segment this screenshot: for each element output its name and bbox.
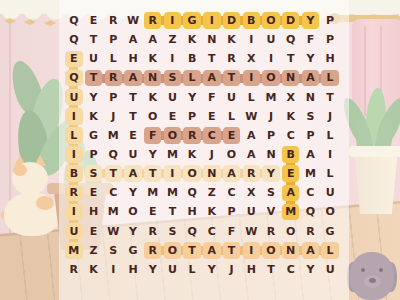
grid-cell-r8c1[interactable]: I (64, 145, 84, 164)
grid-letter: L (243, 89, 261, 106)
grid-cell-r11c5[interactable]: E (143, 202, 163, 221)
grid-cell-r4c6[interactable]: S (163, 68, 183, 87)
grid-letter: X (282, 89, 300, 106)
grid-letter: A (223, 165, 241, 182)
grid-cell-r4c3[interactable]: R (103, 68, 123, 87)
grid-cell-r2c6[interactable]: Z (163, 30, 183, 49)
grid-letter: U (65, 89, 83, 106)
grid-letter: L (321, 242, 339, 259)
grid-cell-r12c12[interactable]: O (281, 222, 301, 241)
grid-cell-r12c10[interactable]: W (241, 222, 261, 241)
grid-cell-r4c9[interactable]: T (222, 68, 242, 87)
grid-cell-r9c14[interactable]: L (320, 164, 340, 183)
grid-cell-r2c1[interactable]: Q (64, 30, 84, 49)
grid-cell-r2c5[interactable]: A (143, 30, 163, 49)
grid-cell-r3c9[interactable]: R (222, 49, 242, 68)
grid-cell-r8c4[interactable]: U (123, 145, 143, 164)
grid-letter: Y (203, 261, 221, 278)
grid-cell-r13c5[interactable]: R (143, 241, 163, 260)
grid-letter: S (302, 108, 320, 125)
grid-cell-r4c12[interactable]: N (281, 68, 301, 87)
grid-cell-r2c3[interactable]: P (103, 30, 123, 49)
grid-cell-r7c9[interactable]: E (222, 126, 242, 145)
grid-cell-r3c11[interactable]: I (261, 49, 281, 68)
grid-cell-r10c1[interactable]: R (64, 183, 84, 202)
grid-letter: A (302, 70, 320, 87)
grid-cell-r3c13[interactable]: Y (301, 49, 321, 68)
grid-letter: T (183, 242, 201, 259)
grid-cell-r6c11[interactable]: J (261, 107, 281, 126)
grid-cell-r10c13[interactable]: C (301, 183, 321, 202)
grid-cell-r2c8[interactable]: N (202, 30, 222, 49)
grid-cell-r3c10[interactable]: X (241, 49, 261, 68)
grid-cell-r11c10[interactable]: U (241, 202, 261, 221)
grid-cell-r7c12[interactable]: C (281, 126, 301, 145)
grid-cell-r13c1[interactable]: M (64, 241, 84, 260)
grid-cell-r5c12[interactable]: X (281, 88, 301, 107)
grid-cell-r7c4[interactable]: E (123, 126, 143, 145)
grid-cell-r14c12[interactable]: C (281, 260, 301, 279)
grid-letter: P (223, 204, 241, 221)
grid-cell-r11c11[interactable]: V (261, 202, 281, 221)
grid-cell-r1c6[interactable]: I (163, 11, 183, 30)
grid-cell-r12c9[interactable]: F (222, 222, 242, 241)
grid-cell-r4c5[interactable]: N (143, 68, 163, 87)
grid-cell-r5c5[interactable]: K (143, 88, 163, 107)
grid-letter: E (65, 51, 83, 68)
grid-cell-r13c14[interactable]: L (320, 241, 340, 260)
grid-letter: Y (124, 185, 142, 202)
grid-cell-r3c7[interactable]: B (182, 49, 202, 68)
grid-cell-r13c6[interactable]: O (163, 241, 183, 260)
grid-cell-r7c11[interactable]: P (261, 126, 281, 145)
grid-letter: Y (302, 12, 320, 29)
grid-letter: M (302, 165, 320, 182)
grid-cell-r14c2[interactable]: K (84, 260, 104, 279)
grid-cell-r11c4[interactable]: O (123, 202, 143, 221)
grid-cell-r1c2[interactable]: E (84, 11, 104, 30)
grid-letter: A (282, 185, 300, 202)
grid-letter: U (85, 51, 103, 68)
grid-cell-r9c1[interactable]: B (64, 164, 84, 183)
grid-cell-r10c6[interactable]: M (163, 183, 183, 202)
grid-letter: B (243, 12, 261, 29)
grid-letter: E (85, 223, 103, 240)
grid-letter: T (124, 89, 142, 106)
grid-letter: L (321, 127, 339, 144)
grid-letter: A (124, 70, 142, 87)
grid-cell-r11c9[interactable]: P (222, 202, 242, 221)
grid-cell-r13c13[interactable]: A (301, 241, 321, 260)
grid-letter: T (203, 51, 221, 68)
grid-cell-r4c1[interactable]: Q (64, 68, 84, 87)
grid-letter: M (65, 242, 83, 259)
grid-cell-r8c13[interactable]: A (301, 145, 321, 164)
grid-cell-r3c14[interactable]: H (320, 49, 340, 68)
grid-cell-r8c6[interactable]: M (163, 145, 183, 164)
grid-cell-r4c10[interactable]: I (241, 68, 261, 87)
grid-cell-r13c2[interactable]: Z (84, 241, 104, 260)
grid-letter: N (203, 31, 221, 48)
grid-cell-r5c2[interactable]: Y (84, 88, 104, 107)
grid-cell-r12c8[interactable]: C (202, 222, 222, 241)
grid-cell-r11c1[interactable]: I (64, 202, 84, 221)
grid-cell-r5c14[interactable]: T (320, 88, 340, 107)
grid-letter: K (183, 146, 201, 163)
grid-cell-r2c7[interactable]: K (182, 30, 202, 49)
grid-cell-r10c14[interactable]: U (320, 183, 340, 202)
grid-letter: C (282, 261, 300, 278)
grid-cell-r12c4[interactable]: Y (123, 222, 143, 241)
grid-cell-r1c5[interactable]: R (143, 11, 163, 30)
grid-cell-r12c2[interactable]: E (84, 222, 104, 241)
grid-cell-r8c2[interactable]: P (84, 145, 104, 164)
grid-cell-r7c2[interactable]: G (84, 126, 104, 145)
grid-cell-r14c3[interactable]: I (103, 260, 123, 279)
grid-cell-r6c7[interactable]: P (182, 107, 202, 126)
grid-cell-r6c4[interactable]: T (123, 107, 143, 126)
grid-cell-r7c6[interactable]: O (163, 126, 183, 145)
grid-cell-r8c3[interactable]: Q (103, 145, 123, 164)
grid-cell-r10c9[interactable]: C (222, 183, 242, 202)
grid-cell-r3c1[interactable]: E (64, 49, 84, 68)
grid-cell-r6c9[interactable]: L (222, 107, 242, 126)
grid-cell-r7c7[interactable]: R (182, 126, 202, 145)
grid-cell-r2c12[interactable]: Q (281, 30, 301, 49)
grid-cell-r14c10[interactable]: H (241, 260, 261, 279)
grid-cell-r14c14[interactable]: U (320, 260, 340, 279)
grid-cell-r5c13[interactable]: N (301, 88, 321, 107)
grid-cell-r2c9[interactable]: K (222, 30, 242, 49)
grid-cell-r9c9[interactable]: A (222, 164, 242, 183)
grid-letter: I (243, 31, 261, 48)
grid-cell-r9c10[interactable]: R (241, 164, 261, 183)
grid-cell-r7c5[interactable]: F (143, 126, 163, 145)
grid-letter: P (183, 108, 201, 125)
grid-cell-r6c12[interactable]: K (281, 107, 301, 126)
grid-cell-r1c7[interactable]: G (182, 11, 202, 30)
grid-cell-r2c11[interactable]: U (261, 30, 281, 49)
grid-letter: S (105, 242, 123, 259)
grid-cell-r3c3[interactable]: L (103, 49, 123, 68)
grid-letter: C (282, 127, 300, 144)
grid-cell-r4c8[interactable]: A (202, 68, 222, 87)
grid-cell-r13c4[interactable]: G (123, 241, 143, 260)
grid-letter: A (203, 242, 221, 259)
grid-letter: W (124, 12, 142, 29)
grid-cell-r12c11[interactable]: R (261, 222, 281, 241)
grid-cell-r12c14[interactable]: G (320, 222, 340, 241)
grid-cell-r12c13[interactable]: R (301, 222, 321, 241)
grid-cell-r5c3[interactable]: P (103, 88, 123, 107)
grid-letter: T (282, 51, 300, 68)
grid-letter: J (223, 261, 241, 278)
grid-cell-r2c2[interactable]: T (84, 30, 104, 49)
grid-letter: Q (65, 70, 83, 87)
grid-letter: T (164, 204, 182, 221)
grid-cell-r6c2[interactable]: K (84, 107, 104, 126)
grid-cell-r1c9[interactable]: D (222, 11, 242, 30)
grid-letter: I (243, 242, 261, 259)
grid-cell-r13c8[interactable]: A (202, 241, 222, 260)
grid-cell-r7c14[interactable]: L (320, 126, 340, 145)
grid-letter: O (164, 242, 182, 259)
grid-cell-r6c6[interactable]: E (163, 107, 183, 126)
grid-cell-r12c3[interactable]: W (103, 222, 123, 241)
grid-cell-r9c4[interactable]: A (123, 164, 143, 183)
grid-cell-r11c12[interactable]: M (281, 202, 301, 221)
grid-cell-r8c10[interactable]: A (241, 145, 261, 164)
grid-cell-r10c12[interactable]: A (281, 183, 301, 202)
grid-letter: G (85, 127, 103, 144)
grid-letter: M (262, 89, 280, 106)
grid-letter: U (321, 261, 339, 278)
grid-letter: M (105, 127, 123, 144)
grid-letter: S (164, 70, 182, 87)
grid-cell-r4c11[interactable]: O (261, 68, 281, 87)
grid-letter: K (85, 261, 103, 278)
grid-letter: E (282, 165, 300, 182)
grid-cell-r10c4[interactable]: Y (123, 183, 143, 202)
grid-cell-r14c1[interactable]: R (64, 260, 84, 279)
grid-letter: R (105, 12, 123, 29)
grid-cell-r12c1[interactable]: U (64, 222, 84, 241)
grid-cell-r6c10[interactable]: W (241, 107, 261, 126)
grid-letter: D (282, 12, 300, 29)
grid-cell-r14c5[interactable]: Y (143, 260, 163, 279)
grid-letter: L (65, 127, 83, 144)
grid-letter: Z (164, 31, 182, 48)
grid-letter: M (282, 204, 300, 221)
grid-cell-r1c4[interactable]: W (123, 11, 143, 30)
grid-letter: A (203, 70, 221, 87)
grid-cell-r11c6[interactable]: T (163, 202, 183, 221)
grid-cell-r5c10[interactable]: L (241, 88, 261, 107)
grid-letter: L (321, 165, 339, 182)
grid-cell-r14c4[interactable]: H (123, 260, 143, 279)
grid-letter: I (65, 108, 83, 125)
grid-cell-r12c6[interactable]: S (163, 222, 183, 241)
grid-letter: X (243, 185, 261, 202)
grid-letter: P (105, 31, 123, 48)
grid-letter: R (144, 223, 162, 240)
grid-letter: O (321, 204, 339, 221)
grid-cell-r9c13[interactable]: M (301, 164, 321, 183)
grid-cell-r8c9[interactable]: O (222, 145, 242, 164)
grid-letter: F (144, 127, 162, 144)
grid-cell-r1c14[interactable]: P (320, 11, 340, 30)
grid-cell-r1c3[interactable]: R (103, 11, 123, 30)
grid-cell-r11c2[interactable]: H (84, 202, 104, 221)
grid-cell-r3c6[interactable]: I (163, 49, 183, 68)
grid-letter: Q (282, 31, 300, 48)
grid-cell-r2c4[interactable]: A (123, 30, 143, 49)
grid-letter: Y (85, 89, 103, 106)
grid-letter: H (183, 204, 201, 221)
grid-cell-r10c11[interactable]: S (261, 183, 281, 202)
grid-cell-r14c13[interactable]: Y (301, 260, 321, 279)
grid-letter: R (144, 12, 162, 29)
grid-cell-r5c8[interactable]: F (202, 88, 222, 107)
grid-letter: T (85, 70, 103, 87)
grid-cell-r5c4[interactable]: T (123, 88, 143, 107)
grid-letter: L (321, 70, 339, 87)
grid-cell-r8c8[interactable]: J (202, 145, 222, 164)
grid-cell-r13c3[interactable]: S (103, 241, 123, 260)
grid-cell-r10c5[interactable]: M (143, 183, 163, 202)
grid-letter: T (223, 70, 241, 87)
grid-cell-r4c4[interactable]: A (123, 68, 143, 87)
grid-cell-r5c1[interactable]: U (64, 88, 84, 107)
grid-cell-r8c11[interactable]: N (261, 145, 281, 164)
grid-cell-r8c5[interactable]: Y (143, 145, 163, 164)
grid-cell-r9c6[interactable]: I (163, 164, 183, 183)
grid-cell-r12c7[interactable]: Q (182, 222, 202, 241)
grid-cell-r9c8[interactable]: N (202, 164, 222, 183)
grid-cell-r10c8[interactable]: Z (202, 183, 222, 202)
grid-letter: Y (144, 261, 162, 278)
grid-cell-r6c1[interactable]: I (64, 107, 84, 126)
grid-cell-r4c2[interactable]: T (84, 68, 104, 87)
grid-cell-r8c14[interactable]: I (320, 145, 340, 164)
grid-cell-r3c2[interactable]: U (84, 49, 104, 68)
grid-cell-r4c14[interactable]: L (320, 68, 340, 87)
grid-cell-r13c11[interactable]: O (261, 241, 281, 260)
grid-cell-r11c8[interactable]: K (202, 202, 222, 221)
grid-letter: P (302, 127, 320, 144)
grid-cell-r5c9[interactable]: U (222, 88, 242, 107)
grid-letter: C (203, 127, 221, 144)
grid-cell-r1c8[interactable]: I (202, 11, 222, 30)
grid-cell-r13c10[interactable]: I (241, 241, 261, 260)
grid-cell-r10c3[interactable]: C (103, 183, 123, 202)
grid-letter: I (164, 165, 182, 182)
grid-letter: C (105, 185, 123, 202)
grid-cell-r1c1[interactable]: Q (64, 11, 84, 30)
grid-letter: O (262, 70, 280, 87)
grid-cell-r9c2[interactable]: S (84, 164, 104, 183)
grid-cell-r2c10[interactable]: I (241, 30, 261, 49)
grid-cell-r9c5[interactable]: T (143, 164, 163, 183)
grid-letter: Z (85, 242, 103, 259)
grid-cell-r6c3[interactable]: J (103, 107, 123, 126)
grid-cell-r7c8[interactable]: C (202, 126, 222, 145)
grid-cell-r10c10[interactable]: X (241, 183, 261, 202)
grid-cell-r9c11[interactable]: Y (261, 164, 281, 183)
grid-cell-r11c13[interactable]: Q (301, 202, 321, 221)
grid-letter: I (262, 51, 280, 68)
grid-cell-r14c6[interactable]: U (163, 260, 183, 279)
grid-letter: K (144, 51, 162, 68)
grid-cell-r3c5[interactable]: K (143, 49, 163, 68)
grid-cell-r4c7[interactable]: L (182, 68, 202, 87)
grid-cell-r6c8[interactable]: E (202, 107, 222, 126)
grid-cell-r1c10[interactable]: B (241, 11, 261, 30)
grid-letter: P (262, 127, 280, 144)
grid-letter: R (262, 223, 280, 240)
grid-cell-r9c7[interactable]: O (182, 164, 202, 183)
grid-cell-r5c11[interactable]: M (261, 88, 281, 107)
grid-cell-r7c10[interactable]: A (241, 126, 261, 145)
grid-letter: G (124, 242, 142, 259)
grid-cell-r3c12[interactable]: T (281, 49, 301, 68)
grid-cell-r1c11[interactable]: O (261, 11, 281, 30)
grid-letter: S (164, 223, 182, 240)
grid-cell-r13c9[interactable]: T (222, 241, 242, 260)
grid-letter: R (302, 223, 320, 240)
grid-cell-r7c1[interactable]: L (64, 126, 84, 145)
grid-cell-r1c13[interactable]: Y (301, 11, 321, 30)
grid-cell-r13c12[interactable]: N (281, 241, 301, 260)
grid-letter: H (124, 261, 142, 278)
grid-cell-r4c13[interactable]: A (301, 68, 321, 87)
grid-letter: G (321, 223, 339, 240)
grid-cell-r5c7[interactable]: Y (182, 88, 202, 107)
grid-letter: Q (183, 223, 201, 240)
grid-letter: U (164, 261, 182, 278)
grid-cell-r7c3[interactable]: M (103, 126, 123, 145)
grid-cell-r2c13[interactable]: F (301, 30, 321, 49)
grid-letter: R (105, 70, 123, 87)
grid-letter: A (302, 242, 320, 259)
grid-letter: V (262, 204, 280, 221)
grid-letter: T (105, 165, 123, 182)
grid-cell-r3c4[interactable]: H (123, 49, 143, 68)
grid-cell-r12c5[interactable]: R (143, 222, 163, 241)
grid-cell-r14c7[interactable]: L (182, 260, 202, 279)
grid-letter: W (105, 223, 123, 240)
grid-letter: E (85, 12, 103, 29)
grid-cell-r2c14[interactable]: P (320, 30, 340, 49)
grid-letter: J (321, 108, 339, 125)
grid-cell-r11c14[interactable]: O (320, 202, 340, 221)
grid-letter: E (203, 108, 221, 125)
grid-letter: Y (183, 89, 201, 106)
grid-cell-r7c13[interactable]: P (301, 126, 321, 145)
grid-cell-r14c11[interactable]: T (261, 260, 281, 279)
grid-cell-r14c8[interactable]: Y (202, 260, 222, 279)
grid-cell-r14c9[interactable]: J (222, 260, 242, 279)
grid-letter: Z (203, 185, 221, 202)
grid-cell-r9c12[interactable]: E (281, 164, 301, 183)
wordsearch-grid[interactable]: QERWRIGIDBODYPQTPAAZKNKIUQFPEULHKIBTRXIT… (64, 11, 340, 279)
grid-letter: T (85, 31, 103, 48)
grid-cell-r6c13[interactable]: S (301, 107, 321, 126)
grid-cell-r11c3[interactable]: M (103, 202, 123, 221)
grid-cell-r10c7[interactable]: Q (182, 183, 202, 202)
grid-cell-r8c12[interactable]: B (281, 145, 301, 164)
grid-cell-r8c7[interactable]: K (182, 145, 202, 164)
grid-letter: I (243, 70, 261, 87)
grid-cell-r5c6[interactable]: U (163, 88, 183, 107)
grid-cell-r6c5[interactable]: O (143, 107, 163, 126)
grid-cell-r11c7[interactable]: H (182, 202, 202, 221)
grid-letter: P (321, 31, 339, 48)
grid-letter: K (223, 31, 241, 48)
grid-cell-r13c7[interactable]: T (182, 241, 202, 260)
grid-cell-r1c12[interactable]: D (281, 11, 301, 30)
grid-letter: A (124, 165, 142, 182)
grid-letter: T (144, 165, 162, 182)
grid-letter: I (65, 146, 83, 163)
grid-letter: U (262, 31, 280, 48)
grid-cell-r3c8[interactable]: T (202, 49, 222, 68)
grid-letter: I (203, 12, 221, 29)
grid-letter: K (183, 31, 201, 48)
grid-cell-r10c2[interactable]: E (84, 183, 104, 202)
grid-cell-r9c3[interactable]: T (103, 164, 123, 183)
grid-cell-r6c14[interactable]: J (320, 107, 340, 126)
